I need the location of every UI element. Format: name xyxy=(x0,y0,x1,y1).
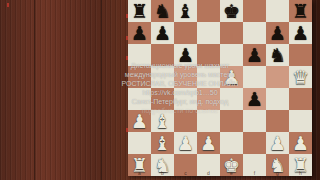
piece-black-pawn: ♟ xyxy=(128,22,151,44)
overlay-line-4: https://vk.com/spb1…50 xyxy=(92,88,268,97)
square-c7 xyxy=(174,22,197,44)
square-g3 xyxy=(266,110,289,132)
ad-text-overlay: Дистанционные уроки шахмат международный… xyxy=(92,61,268,115)
overlay-line-1: Дистанционные уроки шахмат xyxy=(92,61,268,70)
square-e7 xyxy=(220,22,243,44)
square-b2: ♝ xyxy=(151,132,174,154)
file-label: h xyxy=(289,170,312,176)
square-c8: ♝ xyxy=(174,0,197,22)
piece-white-pawn: ♟ xyxy=(266,132,289,154)
file-label: d xyxy=(197,170,220,176)
square-f8 xyxy=(243,0,266,22)
board-file-labels: a b c d e f g h xyxy=(128,170,312,176)
square-a7: ♟ xyxy=(128,22,151,44)
piece-white-pawn: ♟ xyxy=(289,132,312,154)
compression-artifact-dot xyxy=(126,36,128,40)
square-f7 xyxy=(243,22,266,44)
square-g8 xyxy=(266,0,289,22)
square-g7: ♟ xyxy=(266,22,289,44)
square-a2 xyxy=(128,132,151,154)
compression-artifact-dot xyxy=(126,56,128,60)
square-g5 xyxy=(266,66,289,88)
compression-artifact-dot xyxy=(7,3,9,7)
square-d7 xyxy=(197,22,220,44)
square-g2: ♟ xyxy=(266,132,289,154)
piece-black-knight: ♞ xyxy=(151,0,174,22)
square-g6: ♞ xyxy=(266,44,289,66)
square-b8: ♞ xyxy=(151,0,174,22)
piece-black-pawn: ♟ xyxy=(289,22,312,44)
square-e8: ♚ xyxy=(220,0,243,22)
square-h6 xyxy=(289,44,312,66)
video-frame: ♜♞♝♚♜♟♟♟♟♟♟♞♟♛♟♟♝♝♟♟♟♟♜♞♚♞♜ a b c d e f … xyxy=(0,0,320,180)
square-h7: ♟ xyxy=(289,22,312,44)
square-g4 xyxy=(266,88,289,110)
compression-artifact-dot xyxy=(126,14,128,18)
overlay-line-3: РОСТИСЛАВ, ОБУЧЕНИЕ ОНЛАЙН xyxy=(92,79,268,88)
wood-plank-seam xyxy=(34,0,35,180)
overlay-line-6: подробности по ссылке xyxy=(92,106,268,115)
square-c2: ♟ xyxy=(174,132,197,154)
square-h3 xyxy=(289,110,312,132)
piece-black-rook: ♜ xyxy=(128,0,151,22)
piece-white-queen: ♛ xyxy=(289,66,312,88)
square-h2: ♟ xyxy=(289,132,312,154)
file-label: b xyxy=(151,170,174,176)
piece-black-knight: ♞ xyxy=(266,44,289,66)
piece-black-pawn: ♟ xyxy=(266,22,289,44)
piece-black-king: ♚ xyxy=(220,0,243,22)
piece-white-bishop: ♝ xyxy=(151,132,174,154)
square-h8: ♜ xyxy=(289,0,312,22)
square-h5: ♛ xyxy=(289,66,312,88)
piece-black-rook: ♜ xyxy=(289,0,312,22)
square-b7: ♟ xyxy=(151,22,174,44)
file-label: a xyxy=(128,170,151,176)
compression-artifact-dot xyxy=(126,128,128,132)
file-label: g xyxy=(266,170,289,176)
piece-black-pawn: ♟ xyxy=(151,22,174,44)
overlay-line-2: международный уровень мастера xyxy=(92,70,268,79)
overlay-line-5: Санкт-Петербург, инд. подход xyxy=(92,97,268,106)
square-h4 xyxy=(289,88,312,110)
piece-black-bishop: ♝ xyxy=(174,0,197,22)
piece-white-pawn: ♟ xyxy=(197,132,220,154)
square-f2 xyxy=(243,132,266,154)
file-label: f xyxy=(243,170,266,176)
square-d2: ♟ xyxy=(197,132,220,154)
file-label: e xyxy=(220,170,243,176)
file-label: c xyxy=(174,170,197,176)
square-a8: ♜ xyxy=(128,0,151,22)
piece-white-pawn: ♟ xyxy=(174,132,197,154)
square-d8 xyxy=(197,0,220,22)
square-e2 xyxy=(220,132,243,154)
